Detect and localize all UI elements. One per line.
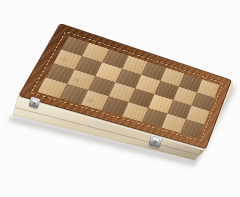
product-photo bbox=[0, 0, 240, 197]
